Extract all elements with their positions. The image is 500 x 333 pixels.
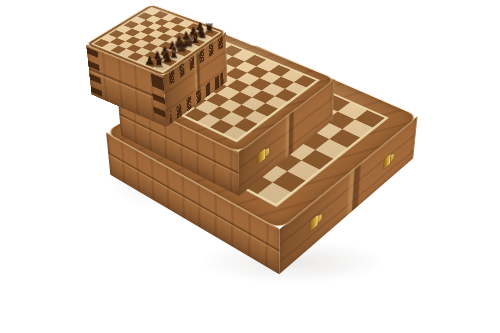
finger-joint-icon: [86, 48, 102, 97]
brass-clasp: [310, 211, 322, 231]
clasp-hook-icon: [264, 147, 269, 158]
clasp-plate-icon: [258, 148, 265, 164]
clasp-hook-icon: [316, 213, 322, 224]
clasp-plate-icon: [384, 154, 391, 169]
clasp-plate-icon: [310, 215, 318, 232]
product-photo: ♟♜♟♞♟♝♟♛♟♚♟♝♟♞♟♜: [0, 0, 500, 333]
brass-clasp: [258, 145, 269, 164]
brass-clasp: [384, 151, 395, 169]
clasp-hook-icon: [389, 152, 394, 162]
board-square: [257, 60, 279, 72]
